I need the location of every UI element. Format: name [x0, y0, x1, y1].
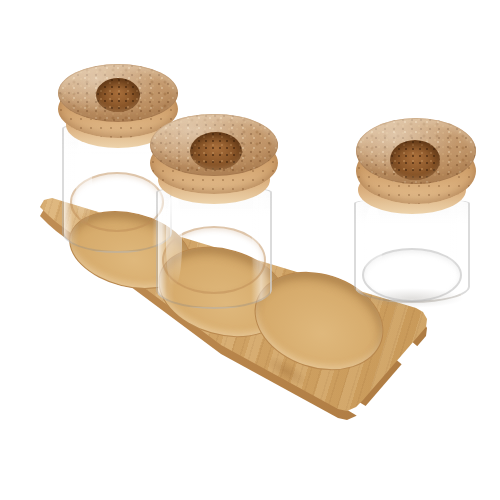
glass-highlight: [448, 204, 456, 274]
glass-highlight: [364, 206, 382, 284]
product-photo: [0, 0, 500, 500]
cork-lid-hole: [390, 140, 440, 180]
glass-jar-right: [0, 0, 500, 500]
